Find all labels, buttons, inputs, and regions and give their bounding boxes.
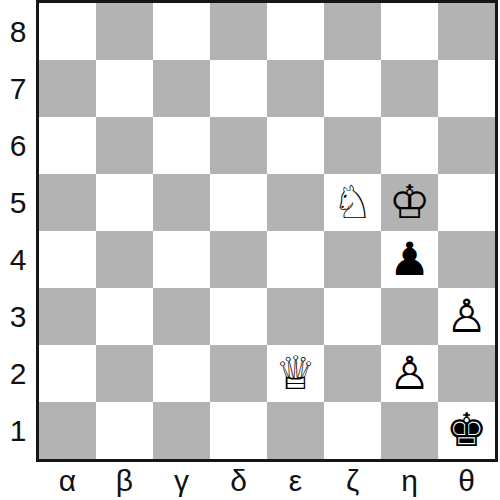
file-label-η: η	[381, 462, 438, 500]
square-δ7[interactable]	[210, 60, 267, 117]
rank-label-8: 8	[0, 3, 36, 60]
square-α8[interactable]	[39, 3, 96, 60]
square-β1[interactable]	[96, 402, 153, 459]
square-γ4[interactable]	[153, 231, 210, 288]
square-γ5[interactable]	[153, 174, 210, 231]
black-king[interactable]: ♚	[446, 402, 487, 459]
square-α5[interactable]	[39, 174, 96, 231]
white-queen[interactable]: ♕	[275, 345, 316, 402]
square-ε3[interactable]	[267, 288, 324, 345]
square-β4[interactable]	[96, 231, 153, 288]
rank-labels: 87654321	[0, 0, 36, 462]
file-label-γ: γ	[153, 462, 210, 500]
square-θ4[interactable]	[438, 231, 495, 288]
file-label-θ: θ	[438, 462, 495, 500]
square-ζ6[interactable]	[324, 117, 381, 174]
rank-label-3: 3	[0, 288, 36, 345]
square-α2[interactable]	[39, 345, 96, 402]
file-labels: αβγδεζηθ	[36, 462, 498, 500]
square-α1[interactable]	[39, 402, 96, 459]
square-θ7[interactable]	[438, 60, 495, 117]
square-ζ4[interactable]	[324, 231, 381, 288]
rank-label-1: 1	[0, 402, 36, 459]
square-ε2[interactable]: ♕	[267, 345, 324, 402]
white-pawn[interactable]: ♙	[389, 345, 430, 402]
square-η6[interactable]	[381, 117, 438, 174]
square-θ1[interactable]: ♚	[438, 402, 495, 459]
square-η1[interactable]	[381, 402, 438, 459]
square-β3[interactable]	[96, 288, 153, 345]
square-δ3[interactable]	[210, 288, 267, 345]
rank-label-2: 2	[0, 345, 36, 402]
square-ζ7[interactable]	[324, 60, 381, 117]
rank-label-6: 6	[0, 117, 36, 174]
square-α3[interactable]	[39, 288, 96, 345]
file-label-ε: ε	[267, 462, 324, 500]
square-β2[interactable]	[96, 345, 153, 402]
square-ε5[interactable]	[267, 174, 324, 231]
square-ζ2[interactable]	[324, 345, 381, 402]
square-δ1[interactable]	[210, 402, 267, 459]
square-η8[interactable]	[381, 3, 438, 60]
square-θ6[interactable]	[438, 117, 495, 174]
square-α6[interactable]	[39, 117, 96, 174]
square-α7[interactable]	[39, 60, 96, 117]
rank-label-5: 5	[0, 174, 36, 231]
square-γ2[interactable]	[153, 345, 210, 402]
square-η2[interactable]: ♙	[381, 345, 438, 402]
chess-diagram: 87654321 ♘♔♟♙♕♙♚ αβγδεζηθ	[0, 0, 500, 500]
square-δ8[interactable]	[210, 3, 267, 60]
square-ε4[interactable]	[267, 231, 324, 288]
chess-board: ♘♔♟♙♕♙♚	[36, 0, 498, 462]
square-γ7[interactable]	[153, 60, 210, 117]
square-ζ8[interactable]	[324, 3, 381, 60]
square-ε8[interactable]	[267, 3, 324, 60]
square-δ5[interactable]	[210, 174, 267, 231]
square-γ8[interactable]	[153, 3, 210, 60]
square-γ6[interactable]	[153, 117, 210, 174]
square-β7[interactable]	[96, 60, 153, 117]
square-θ2[interactable]	[438, 345, 495, 402]
square-θ8[interactable]	[438, 3, 495, 60]
square-γ3[interactable]	[153, 288, 210, 345]
square-ε7[interactable]	[267, 60, 324, 117]
square-η3[interactable]	[381, 288, 438, 345]
square-θ3[interactable]: ♙	[438, 288, 495, 345]
black-pawn[interactable]: ♟	[389, 231, 430, 288]
square-β5[interactable]	[96, 174, 153, 231]
square-α4[interactable]	[39, 231, 96, 288]
square-η5[interactable]: ♔	[381, 174, 438, 231]
square-δ6[interactable]	[210, 117, 267, 174]
white-knight[interactable]: ♘	[332, 174, 373, 231]
file-label-ζ: ζ	[324, 462, 381, 500]
square-β8[interactable]	[96, 3, 153, 60]
square-β6[interactable]	[96, 117, 153, 174]
square-ε6[interactable]	[267, 117, 324, 174]
square-δ2[interactable]	[210, 345, 267, 402]
square-γ1[interactable]	[153, 402, 210, 459]
square-ζ1[interactable]	[324, 402, 381, 459]
white-king[interactable]: ♔	[389, 174, 430, 231]
square-θ5[interactable]	[438, 174, 495, 231]
square-η4[interactable]: ♟	[381, 231, 438, 288]
file-label-α: α	[39, 462, 96, 500]
rank-label-7: 7	[0, 60, 36, 117]
file-label-δ: δ	[210, 462, 267, 500]
rank-label-4: 4	[0, 231, 36, 288]
file-label-β: β	[96, 462, 153, 500]
square-ζ5[interactable]: ♘	[324, 174, 381, 231]
square-η7[interactable]	[381, 60, 438, 117]
square-ζ3[interactable]	[324, 288, 381, 345]
white-pawn[interactable]: ♙	[446, 288, 487, 345]
square-δ4[interactable]	[210, 231, 267, 288]
square-ε1[interactable]	[267, 402, 324, 459]
